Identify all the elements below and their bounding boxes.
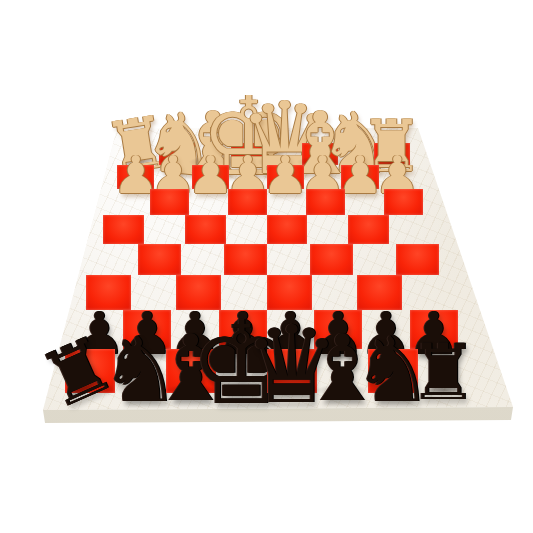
square-a2[interactable]: ♟ (379, 165, 416, 189)
square-c5[interactable] (310, 244, 353, 276)
square-d5[interactable] (267, 244, 310, 276)
square-b4[interactable] (348, 215, 389, 244)
rank-3-row (111, 189, 423, 215)
rank-5-row (95, 244, 439, 276)
square-g3[interactable] (150, 189, 189, 215)
rank-2-row: ♟♟♟♟♟♟♟♟ (117, 165, 416, 189)
square-e5[interactable] (224, 244, 267, 276)
square-h3[interactable] (111, 189, 150, 215)
rank-4-row (103, 215, 430, 244)
square-d3[interactable] (267, 189, 306, 215)
chess-set-photo: Angled photo-style view of a white pearl… (0, 0, 533, 533)
rank-8-row: ♜♞♝♚♛♝♞♜ (65, 349, 469, 393)
square-g4[interactable] (144, 215, 185, 244)
square-e4[interactable] (226, 215, 267, 244)
square-b5[interactable] (353, 244, 396, 276)
square-c4[interactable] (307, 215, 348, 244)
square-a8[interactable]: ♜ (418, 349, 469, 393)
square-g5[interactable] (138, 244, 181, 276)
square-a3[interactable] (384, 189, 423, 215)
square-h5[interactable] (95, 244, 138, 276)
square-d4[interactable] (267, 215, 308, 244)
square-f4[interactable] (185, 215, 226, 244)
square-e3[interactable] (228, 189, 267, 215)
square-a5[interactable] (396, 244, 439, 276)
square-f3[interactable] (189, 189, 228, 215)
square-f5[interactable] (181, 244, 224, 276)
square-a4[interactable] (389, 215, 430, 244)
chess-board: ♜♞♝♚♛♝♞♜♟♟♟♟♟♟♟♟♟♟♟♟♟♟♟♟♜♞♝♚♛♝♞♜ (0, 143, 533, 393)
square-h4[interactable] (103, 215, 144, 244)
square-c3[interactable] (306, 189, 345, 215)
square-b3[interactable] (345, 189, 384, 215)
black-rook-a8[interactable]: ♜ (409, 334, 478, 411)
